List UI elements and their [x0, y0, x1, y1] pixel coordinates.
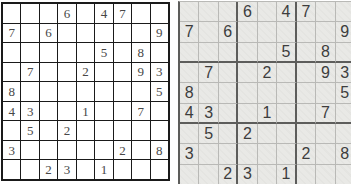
sudoku-cell-r8c1: 3: [3, 141, 20, 160]
sudoku-cell-r3c5: [77, 43, 94, 62]
sudoku-cell-r4c1[interactable]: [180, 63, 199, 83]
sudoku-cell-r2c4[interactable]: [238, 22, 257, 42]
sudoku-cell-r9c1: [3, 160, 20, 179]
sudoku-cell-r3c1: [3, 43, 20, 62]
sudoku-cell-r4c1: [3, 63, 20, 82]
sudoku-cell-r3c5[interactable]: [258, 43, 277, 63]
sudoku-cell-r2c3: 6: [40, 24, 57, 43]
sudoku-cell-r7c5: [77, 121, 94, 140]
sudoku-cell-r1c3: [40, 4, 57, 23]
sudoku-cell-r3c9: [151, 43, 168, 62]
sudoku-cell-r9c9: [151, 160, 168, 179]
sudoku-cell-r7c2: 5: [21, 121, 38, 140]
sudoku-cell-r9c8[interactable]: [316, 165, 335, 184]
sudoku-cell-r1c6[interactable]: 4: [277, 2, 296, 22]
sudoku-cell-r7c9: [151, 121, 168, 140]
sudoku-cell-r5c2: [21, 82, 38, 101]
sudoku-cell-r5c3[interactable]: [219, 83, 238, 103]
sudoku-cell-r9c9[interactable]: [336, 165, 351, 184]
sudoku-cell-r1c7: 7: [114, 4, 131, 23]
sudoku-cell-r5c9: 5: [151, 82, 168, 101]
sudoku-cell-r5c6: [95, 82, 112, 101]
sudoku-cell-r1c5: [77, 4, 94, 23]
sudoku-cell-r2c7: [114, 24, 131, 43]
sudoku-cell-r9c7[interactable]: [297, 165, 316, 184]
sudoku-cell-r1c1[interactable]: [180, 2, 199, 22]
sudoku-cell-r4c5[interactable]: 2: [258, 63, 277, 83]
sudoku-cell-r5c1[interactable]: 8: [180, 83, 199, 103]
sudoku-cell-r8c7[interactable]: 2: [297, 144, 316, 164]
sudoku-cell-r1c4: 6: [58, 4, 75, 23]
sudoku-cell-r6c8[interactable]: 7: [316, 104, 335, 124]
sudoku-cell-r3c6: 5: [95, 43, 112, 62]
sudoku-cell-r3c2: [21, 43, 38, 62]
sudoku-cell-r5c3: [40, 82, 57, 101]
sudoku-cell-r4c8: 9: [132, 63, 149, 82]
sudoku-cell-r6c5: 1: [77, 102, 94, 121]
sudoku-cell-r5c7[interactable]: [297, 83, 316, 103]
sudoku-cell-r6c9[interactable]: [336, 104, 351, 124]
sudoku-cell-r6c8: 7: [132, 102, 149, 121]
sudoku-cell-r6c4: [58, 102, 75, 121]
sudoku-cell-r7c7: [114, 121, 131, 140]
sudoku-cell-r8c8: [132, 141, 149, 160]
sudoku-cell-r5c4: [58, 82, 75, 101]
sudoku-cell-r3c4: [58, 43, 75, 62]
sudoku-cell-r3c4[interactable]: [238, 43, 257, 63]
sudoku-cell-r5c8: [132, 82, 149, 101]
sudoku-cell-r8c8[interactable]: [316, 144, 335, 164]
sudoku-cell-r7c3[interactable]: [219, 124, 238, 144]
sudoku-cell-r9c4[interactable]: 3: [238, 165, 257, 184]
sudoku-cell-r9c8: [132, 160, 149, 179]
sudoku-cell-r9c4: 3: [58, 160, 75, 179]
sudoku-cell-r9c1[interactable]: [180, 165, 199, 184]
sudoku-cell-r5c7: [114, 82, 131, 101]
sudoku-cell-r6c3: [40, 102, 57, 121]
sudoku-cell-r6c2[interactable]: 3: [199, 104, 218, 124]
sudoku-cell-r7c3: [40, 121, 57, 140]
sudoku-cell-r8c5[interactable]: [258, 144, 277, 164]
sudoku-cell-r8c2[interactable]: [199, 144, 218, 164]
sudoku-cell-r4c6[interactable]: [277, 63, 296, 83]
sudoku-cell-r3c9[interactable]: [336, 43, 351, 63]
sudoku-cell-r4c9: 3: [151, 63, 168, 82]
sudoku-cell-r8c4: [58, 141, 75, 160]
sudoku-cell-r7c5[interactable]: [258, 124, 277, 144]
sudoku-cell-r6c3[interactable]: [219, 104, 238, 124]
sudoku-cell-r3c1[interactable]: [180, 43, 199, 63]
sudoku-cell-r4c3: [40, 63, 57, 82]
sudoku-cell-r7c4[interactable]: 2: [238, 124, 257, 144]
sudoku-cell-r7c6[interactable]: [277, 124, 296, 144]
sudoku-cell-r2c3[interactable]: 6: [219, 22, 238, 42]
sudoku-cell-r8c3: [40, 141, 57, 160]
sudoku-cell-r5c8[interactable]: [316, 83, 335, 103]
sudoku-cell-r5c1: 8: [3, 82, 20, 101]
sudoku-cell-r1c2[interactable]: [199, 2, 218, 22]
sudoku-cell-r8c2: [21, 141, 38, 160]
sudoku-cell-r4c2: 7: [21, 63, 38, 82]
sudoku-cell-r9c5: [77, 160, 94, 179]
sudoku-cell-r9c6: 1: [95, 160, 112, 179]
sudoku-cell-r2c1: 7: [3, 24, 20, 43]
sudoku-cell-r6c7: [114, 102, 131, 121]
sudoku-cell-r2c5: [77, 24, 94, 43]
sudoku-cell-r6c2: 3: [21, 102, 38, 121]
sudoku-cell-r9c2: [21, 160, 38, 179]
sudoku-cell-r2c2: [21, 24, 38, 43]
sudoku-cell-r1c7[interactable]: 7: [297, 2, 316, 22]
sudoku-cell-r7c9[interactable]: [336, 124, 351, 144]
sudoku-cell-r7c1[interactable]: [180, 124, 199, 144]
sudoku-cell-r5c2[interactable]: [199, 83, 218, 103]
sudoku-cell-r8c9[interactable]: 8: [336, 144, 351, 164]
sudoku-cell-r8c3[interactable]: [219, 144, 238, 164]
sudoku-cell-r8c6[interactable]: [277, 144, 296, 164]
sudoku-cell-r2c9: 9: [151, 24, 168, 43]
sudoku-cell-r7c4: 2: [58, 121, 75, 140]
sudoku-cell-r8c1[interactable]: 3: [180, 144, 199, 164]
sudoku-grid-diagram: 64776958729385431752328231: [1, 2, 170, 181]
sudoku-cell-r2c8: [132, 24, 149, 43]
sudoku-cell-r2c2[interactable]: [199, 22, 218, 42]
sudoku-cell-r9c3: 2: [40, 160, 57, 179]
sudoku-cell-r6c1[interactable]: 4: [180, 104, 199, 124]
sudoku-cell-r2c1[interactable]: 7: [180, 22, 199, 42]
sudoku-cell-r5c5: [77, 82, 94, 101]
sudoku-cell-r2c9[interactable]: 9: [336, 22, 351, 42]
sudoku-cell-r5c4[interactable]: [238, 83, 257, 103]
sudoku-cell-r9c6[interactable]: 1: [277, 165, 296, 184]
sudoku-cell-r5c9[interactable]: 5: [336, 83, 351, 103]
sudoku-grid-screenshot: 64776958729385431752328231: [178, 1, 351, 184]
sudoku-cell-r9c5[interactable]: [258, 165, 277, 184]
sudoku-cell-r2c4: [58, 24, 75, 43]
sudoku-cell-r6c6[interactable]: [277, 104, 296, 124]
sudoku-cell-r1c1: [3, 4, 20, 23]
sudoku-cell-r7c2[interactable]: 5: [199, 124, 218, 144]
sudoku-cell-r4c4: [58, 63, 75, 82]
sudoku-cell-r1c8[interactable]: [316, 2, 335, 22]
sudoku-cell-r4c7: [114, 63, 131, 82]
sudoku-cell-r7c6: [95, 121, 112, 140]
sudoku-cell-r6c7[interactable]: [297, 104, 316, 124]
sudoku-cell-r3c7[interactable]: [297, 43, 316, 63]
sudoku-cell-r3c8: 8: [132, 43, 149, 62]
sudoku-cell-r3c6[interactable]: 5: [277, 43, 296, 63]
sudoku-cell-r3c2[interactable]: [199, 43, 218, 63]
sudoku-cell-r1c5[interactable]: [258, 2, 277, 22]
sudoku-cell-r6c4[interactable]: [238, 104, 257, 124]
sudoku-cell-r9c7: [114, 160, 131, 179]
sudoku-cell-r4c5: 2: [77, 63, 94, 82]
sudoku-cell-r2c6: [95, 24, 112, 43]
sudoku-cell-r2c7[interactable]: [297, 22, 316, 42]
sudoku-cell-r6c9: [151, 102, 168, 121]
sudoku-cell-r8c5: [77, 141, 94, 160]
sudoku-cell-r1c2: [21, 4, 38, 23]
sudoku-cell-r1c9: [151, 4, 168, 23]
sudoku-cell-r8c7: 2: [114, 141, 131, 160]
sudoku-cell-r8c9: 8: [151, 141, 168, 160]
sudoku-cell-r7c8[interactable]: [316, 124, 335, 144]
sudoku-cell-r7c1: [3, 121, 20, 140]
sudoku-cell-r3c8[interactable]: 8: [316, 43, 335, 63]
sudoku-cell-r4c6: [95, 63, 112, 82]
sudoku-cell-r4c2[interactable]: 7: [199, 63, 218, 83]
sudoku-cell-r1c3[interactable]: [219, 2, 238, 22]
sudoku-cell-r6c1: 4: [3, 102, 20, 121]
sudoku-cell-r1c9[interactable]: [336, 2, 351, 22]
sudoku-cell-r3c3[interactable]: [219, 43, 238, 63]
sudoku-cell-r1c8: [132, 4, 149, 23]
sudoku-cell-r7c8: [132, 121, 149, 140]
sudoku-cell-r5c6[interactable]: [277, 83, 296, 103]
sudoku-cell-r4c9[interactable]: 3: [336, 63, 351, 83]
sudoku-cell-r1c6: 4: [95, 4, 112, 23]
sudoku-cell-r4c7[interactable]: [297, 63, 316, 83]
sudoku-cell-r8c4[interactable]: [238, 144, 257, 164]
sudoku-cell-r2c8[interactable]: [316, 22, 335, 42]
sudoku-cell-r9c3[interactable]: 2: [219, 165, 238, 184]
sudoku-cell-r9c2[interactable]: [199, 165, 218, 184]
sudoku-cell-r3c3: [40, 43, 57, 62]
sudoku-cell-r3c7: [114, 43, 131, 62]
sudoku-cell-r4c3[interactable]: [219, 63, 238, 83]
sudoku-cell-r4c8[interactable]: 9: [316, 63, 335, 83]
sudoku-cell-r2c5[interactable]: [258, 22, 277, 42]
sudoku-cell-r1c4[interactable]: 6: [238, 2, 257, 22]
sudoku-cell-r7c7[interactable]: [297, 124, 316, 144]
sudoku-cell-r6c5[interactable]: 1: [258, 104, 277, 124]
sudoku-cell-r2c6[interactable]: [277, 22, 296, 42]
sudoku-cell-r8c6: [95, 141, 112, 160]
sudoku-cell-r6c6: [95, 102, 112, 121]
sudoku-cell-r4c4[interactable]: [238, 63, 257, 83]
sudoku-cell-r5c5[interactable]: [258, 83, 277, 103]
